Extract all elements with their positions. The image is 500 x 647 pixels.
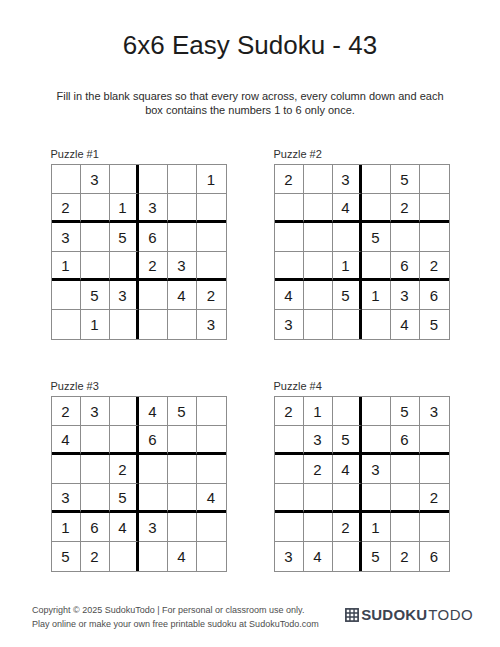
puzzle-4-cell-r4c5 (391, 484, 420, 513)
puzzle-1-cell-r1c5 (168, 165, 197, 194)
puzzle-3-cell-r2c6 (197, 426, 226, 455)
puzzle-1-cell-r4c4: 2 (139, 252, 168, 281)
puzzle-4-cell-r6c2: 4 (304, 542, 333, 571)
puzzle-3-cell-r6c1: 5 (52, 542, 81, 571)
puzzle-1-cell-r1c2: 3 (81, 165, 110, 194)
logo-text-light: TODO (428, 606, 473, 623)
puzzle-2: Puzzle #2 23542516245136345 (274, 148, 450, 340)
puzzle-1-label: Puzzle #1 (51, 148, 227, 161)
puzzle-1-cell-r6c6: 3 (197, 310, 226, 339)
puzzle-4: Puzzle #4 215335624322134526 (274, 380, 450, 572)
puzzle-1-cell-r4c1: 1 (52, 252, 81, 281)
puzzle-3-cell-r5c5 (168, 513, 197, 542)
puzzle-2-cell-r6c2 (304, 310, 333, 339)
puzzle-3-cell-r1c4: 4 (139, 397, 168, 426)
puzzle-2-cell-r3c4: 5 (362, 223, 391, 252)
puzzle-3-cell-r2c5 (168, 426, 197, 455)
footer: Copyright © 2025 SudokuTodo | For person… (32, 604, 473, 631)
puzzle-4-cell-r1c1: 2 (275, 397, 304, 426)
puzzle-4-cell-r2c1 (275, 426, 304, 455)
puzzle-2-cell-r1c1: 2 (275, 165, 304, 194)
puzzle-4-cell-r6c4: 5 (362, 542, 391, 571)
puzzle-4-cell-r4c3 (333, 484, 362, 513)
puzzle-1-cell-r2c5 (168, 194, 197, 223)
puzzle-1-cell-r2c6 (197, 194, 226, 223)
puzzle-4-cell-r3c6 (420, 455, 449, 484)
puzzle-2-cell-r3c1 (275, 223, 304, 252)
puzzle-2-cell-r6c6: 5 (420, 310, 449, 339)
puzzle-2-cell-r5c1: 4 (275, 281, 304, 310)
puzzle-4-cell-r2c6 (420, 426, 449, 455)
puzzle-1-cell-r6c1 (52, 310, 81, 339)
puzzle-2-cell-r6c3 (333, 310, 362, 339)
puzzle-3-cell-r3c3: 2 (110, 455, 139, 484)
puzzle-3-cell-r4c5 (168, 484, 197, 513)
puzzle-4-cell-r6c6: 6 (420, 542, 449, 571)
puzzle-2-cell-r1c5: 5 (391, 165, 420, 194)
puzzle-2-cell-r4c4 (362, 252, 391, 281)
puzzle-1-cell-r3c5 (168, 223, 197, 252)
puzzle-1-cell-r6c5 (168, 310, 197, 339)
puzzle-3-cell-r4c1: 3 (52, 484, 81, 513)
puzzle-3-cell-r5c4: 3 (139, 513, 168, 542)
puzzle-2-cell-r2c2 (304, 194, 333, 223)
puzzle-3-cell-r3c4 (139, 455, 168, 484)
puzzle-1-cell-r3c2 (81, 223, 110, 252)
puzzle-3: Puzzle #3 23454623541643524 (51, 380, 227, 572)
puzzle-1-cell-r1c1 (52, 165, 81, 194)
puzzle-1-cell-r2c3: 1 (110, 194, 139, 223)
puzzle-3-cell-r5c6 (197, 513, 226, 542)
puzzle-3-cell-r5c3: 4 (110, 513, 139, 542)
puzzle-2-cell-r1c2 (304, 165, 333, 194)
puzzle-2-cell-r4c1 (275, 252, 304, 281)
puzzle-4-cell-r5c5 (391, 513, 420, 542)
puzzle-2-cell-r4c3: 1 (333, 252, 362, 281)
puzzle-1-cell-r3c3: 5 (110, 223, 139, 252)
puzzle-2-board: 23542516245136345 (274, 164, 450, 340)
puzzle-4-cell-r3c2: 2 (304, 455, 333, 484)
puzzle-1: Puzzle #1 31213356123534213 (51, 148, 227, 340)
puzzle-3-cell-r5c1: 1 (52, 513, 81, 542)
puzzle-4-cell-r4c2 (304, 484, 333, 513)
sudokutodo-logo: SUDOKU TODO (345, 606, 473, 623)
puzzle-4-cell-r1c6: 3 (420, 397, 449, 426)
puzzle-1-cell-r6c3 (110, 310, 139, 339)
puzzle-4-cell-r6c5: 2 (391, 542, 420, 571)
puzzle-1-cell-r3c1: 3 (52, 223, 81, 252)
puzzle-3-cell-r3c5 (168, 455, 197, 484)
puzzle-1-cell-r3c6 (197, 223, 226, 252)
puzzle-3-cell-r2c2 (81, 426, 110, 455)
copyright-line-1: Copyright © 2025 SudokuTodo | For person… (32, 604, 319, 618)
puzzle-4-cell-r3c5 (391, 455, 420, 484)
puzzle-2-cell-r2c5: 2 (391, 194, 420, 223)
puzzle-1-cell-r1c3 (110, 165, 139, 194)
puzzle-4-cell-r2c2: 3 (304, 426, 333, 455)
puzzle-4-cell-r2c4 (362, 426, 391, 455)
puzzle-2-cell-r5c3: 5 (333, 281, 362, 310)
puzzle-2-cell-r1c4 (362, 165, 391, 194)
puzzle-4-cell-r3c4: 3 (362, 455, 391, 484)
puzzle-2-cell-r4c2 (304, 252, 333, 281)
puzzle-1-cell-r2c4: 3 (139, 194, 168, 223)
puzzle-1-cell-r4c5: 3 (168, 252, 197, 281)
page-title: 6x6 Easy Sudoku - 43 (0, 30, 500, 60)
puzzle-2-cell-r5c6: 6 (420, 281, 449, 310)
puzzle-2-cell-r3c2 (304, 223, 333, 252)
puzzle-1-cell-r4c3 (110, 252, 139, 281)
logo-text-bold: SUDOKU (361, 606, 427, 623)
puzzle-3-cell-r1c3 (110, 397, 139, 426)
puzzle-1-cell-r5c2: 5 (81, 281, 110, 310)
puzzle-1-cell-r6c4 (139, 310, 168, 339)
copyright: Copyright © 2025 SudokuTodo | For person… (32, 604, 319, 631)
puzzle-3-cell-r6c5: 4 (168, 542, 197, 571)
puzzle-4-cell-r1c2: 1 (304, 397, 333, 426)
puzzles-container: Puzzle #1 31213356123534213 Puzzle #2 23… (51, 148, 450, 572)
puzzle-2-label: Puzzle #2 (274, 148, 450, 161)
puzzle-4-cell-r2c3: 5 (333, 426, 362, 455)
puzzle-4-board: 215335624322134526 (274, 396, 450, 572)
puzzle-4-cell-r4c6: 2 (420, 484, 449, 513)
puzzle-2-cell-r1c3: 3 (333, 165, 362, 194)
puzzle-4-cell-r5c2 (304, 513, 333, 542)
puzzle-3-cell-r3c1 (52, 455, 81, 484)
puzzle-1-cell-r1c4 (139, 165, 168, 194)
puzzle-1-cell-r1c6: 1 (197, 165, 226, 194)
puzzle-4-label: Puzzle #4 (274, 380, 450, 393)
puzzle-4-cell-r6c3 (333, 542, 362, 571)
puzzle-3-label: Puzzle #3 (51, 380, 227, 393)
puzzle-2-cell-r3c6 (420, 223, 449, 252)
instructions-text: Fill in the blank squares so that every … (54, 90, 446, 117)
puzzle-1-cell-r4c2 (81, 252, 110, 281)
puzzle-1-cell-r5c1 (52, 281, 81, 310)
puzzle-1-cell-r5c3: 3 (110, 281, 139, 310)
puzzle-1-cell-r5c6: 2 (197, 281, 226, 310)
puzzle-3-cell-r3c6 (197, 455, 226, 484)
puzzle-2-cell-r4c5: 6 (391, 252, 420, 281)
puzzle-2-cell-r6c4 (362, 310, 391, 339)
puzzle-2-cell-r5c2 (304, 281, 333, 310)
puzzle-3-cell-r6c6 (197, 542, 226, 571)
puzzle-3-cell-r2c3 (110, 426, 139, 455)
puzzle-2-cell-r4c6: 2 (420, 252, 449, 281)
puzzle-3-cell-r1c5: 5 (168, 397, 197, 426)
puzzle-2-cell-r2c4 (362, 194, 391, 223)
puzzle-3-cell-r6c3 (110, 542, 139, 571)
puzzle-2-cell-r3c5 (391, 223, 420, 252)
puzzle-1-cell-r3c4: 6 (139, 223, 168, 252)
puzzle-4-cell-r6c1: 3 (275, 542, 304, 571)
puzzle-3-cell-r2c4: 6 (139, 426, 168, 455)
puzzle-4-cell-r1c5: 5 (391, 397, 420, 426)
puzzle-2-cell-r2c1 (275, 194, 304, 223)
puzzle-3-cell-r1c2: 3 (81, 397, 110, 426)
puzzle-1-cell-r2c2 (81, 194, 110, 223)
puzzle-1-cell-r5c4 (139, 281, 168, 310)
puzzle-2-cell-r2c3: 4 (333, 194, 362, 223)
puzzle-4-cell-r1c3 (333, 397, 362, 426)
sudoku-grid-icon (345, 608, 359, 622)
puzzle-2-cell-r6c1: 3 (275, 310, 304, 339)
puzzle-4-cell-r4c1 (275, 484, 304, 513)
puzzle-4-cell-r5c1 (275, 513, 304, 542)
puzzle-4-cell-r5c6 (420, 513, 449, 542)
puzzle-1-cell-r2c1: 2 (52, 194, 81, 223)
puzzle-1-cell-r6c2: 1 (81, 310, 110, 339)
puzzle-3-cell-r5c2: 6 (81, 513, 110, 542)
puzzle-3-cell-r1c1: 2 (52, 397, 81, 426)
puzzle-4-cell-r5c4: 1 (362, 513, 391, 542)
puzzle-4-cell-r4c4 (362, 484, 391, 513)
puzzle-2-cell-r5c4: 1 (362, 281, 391, 310)
puzzle-2-cell-r1c6 (420, 165, 449, 194)
puzzle-3-cell-r4c6: 4 (197, 484, 226, 513)
copyright-line-2: Play online or make your own free printa… (32, 618, 319, 632)
puzzle-3-cell-r6c4 (139, 542, 168, 571)
puzzle-3-board: 23454623541643524 (51, 396, 227, 572)
puzzle-1-cell-r5c5: 4 (168, 281, 197, 310)
sudoku-sheet: 6x6 Easy Sudoku - 43 Fill in the blank s… (0, 30, 500, 572)
puzzle-4-cell-r1c4 (362, 397, 391, 426)
puzzle-3-cell-r4c2 (81, 484, 110, 513)
puzzle-4-cell-r3c3: 4 (333, 455, 362, 484)
puzzle-3-cell-r2c1: 4 (52, 426, 81, 455)
puzzle-2-cell-r6c5: 4 (391, 310, 420, 339)
puzzle-3-cell-r6c2: 2 (81, 542, 110, 571)
puzzle-4-cell-r3c1 (275, 455, 304, 484)
puzzle-4-cell-r5c3: 2 (333, 513, 362, 542)
puzzle-1-cell-r4c6 (197, 252, 226, 281)
puzzle-2-cell-r5c5: 3 (391, 281, 420, 310)
puzzle-2-cell-r2c6 (420, 194, 449, 223)
puzzle-4-cell-r2c5: 6 (391, 426, 420, 455)
puzzle-3-cell-r4c3: 5 (110, 484, 139, 513)
puzzle-3-cell-r4c4 (139, 484, 168, 513)
puzzle-1-board: 31213356123534213 (51, 164, 227, 340)
puzzle-3-cell-r3c2 (81, 455, 110, 484)
puzzle-2-cell-r3c3 (333, 223, 362, 252)
puzzle-3-cell-r1c6 (197, 397, 226, 426)
